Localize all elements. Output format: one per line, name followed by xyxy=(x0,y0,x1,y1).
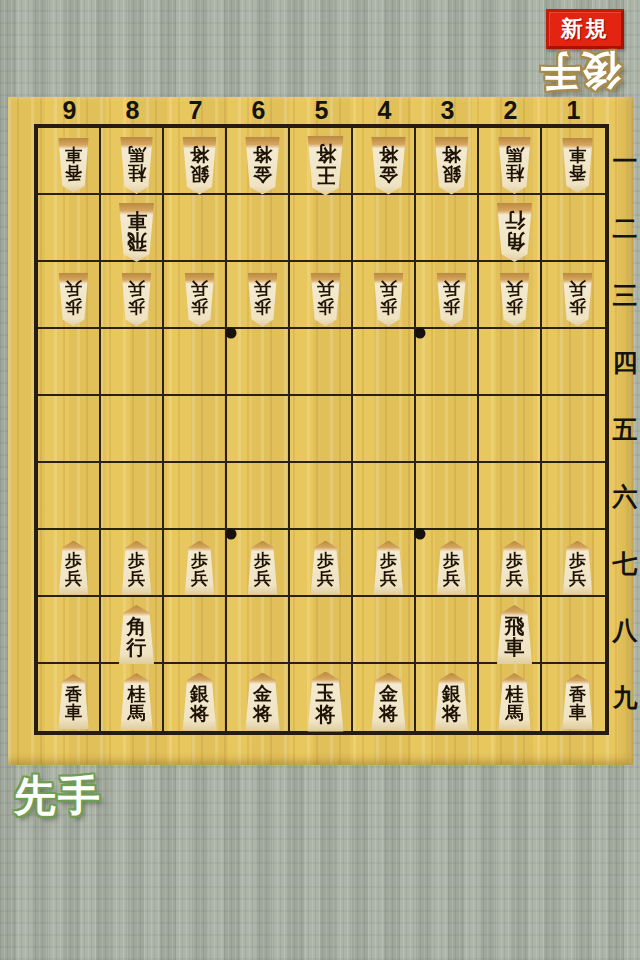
tatami-background: { "game": "shogi", "app": { "new_game_bu… xyxy=(0,0,640,960)
piece-kanji: 桂馬 xyxy=(128,145,146,182)
piece-kanji: 飛車 xyxy=(127,210,147,252)
file-label: 9 xyxy=(38,97,101,124)
piece-kanji: 歩兵 xyxy=(65,552,82,587)
piece-kanji: 歩兵 xyxy=(380,552,397,587)
piece-kanji: 歩兵 xyxy=(443,280,460,315)
board-cell[interactable] xyxy=(164,329,227,396)
piece-kanji: 銀将 xyxy=(442,684,461,724)
piece-kanji: 歩兵 xyxy=(191,280,208,315)
rank-label: 四 xyxy=(609,329,640,396)
sente-indicator: 先手 xyxy=(14,770,102,822)
star-point xyxy=(415,529,426,540)
piece-kanji: 金将 xyxy=(379,684,398,724)
piece-kanji: 金将 xyxy=(253,684,272,724)
board-cell[interactable] xyxy=(101,396,164,463)
piece-kanji: 香車 xyxy=(65,686,82,721)
rank-label: 五 xyxy=(609,396,640,463)
piece-kanji: 歩兵 xyxy=(506,552,523,587)
board-cell[interactable] xyxy=(290,195,353,262)
file-label: 1 xyxy=(542,97,605,124)
file-label: 5 xyxy=(290,97,353,124)
piece-kanji: 歩兵 xyxy=(191,552,208,587)
board-cell[interactable] xyxy=(353,396,416,463)
rank-label: 九 xyxy=(609,664,640,731)
file-label: 8 xyxy=(101,97,164,124)
board-cell[interactable] xyxy=(542,396,605,463)
board-cell[interactable] xyxy=(164,597,227,664)
board-cell[interactable] xyxy=(38,329,101,396)
star-point xyxy=(226,529,237,540)
board-cell[interactable] xyxy=(101,463,164,530)
star-point xyxy=(226,328,237,339)
rank-label: 七 xyxy=(609,530,640,597)
piece-kanji: 金将 xyxy=(379,144,398,184)
board-wood: 987654321 一二三四五六七八九 香車桂馬銀将金将王将金将銀将桂馬香車飛車… xyxy=(8,97,633,765)
board-cell[interactable] xyxy=(416,597,479,664)
board-cell[interactable] xyxy=(353,329,416,396)
piece-kanji: 歩兵 xyxy=(128,552,145,587)
piece-kanji: 桂馬 xyxy=(506,145,524,182)
piece-kanji: 香車 xyxy=(65,146,82,181)
board-cell[interactable] xyxy=(479,396,542,463)
board-cell[interactable] xyxy=(353,195,416,262)
file-label: 6 xyxy=(227,97,290,124)
board-cell[interactable] xyxy=(416,329,479,396)
board-cell[interactable] xyxy=(164,396,227,463)
piece-kanji: 桂馬 xyxy=(506,685,524,722)
board-cell[interactable] xyxy=(542,463,605,530)
piece-kanji: 金将 xyxy=(253,144,272,184)
file-labels: 987654321 xyxy=(38,97,605,124)
board-cell[interactable] xyxy=(101,329,164,396)
rank-label: 二 xyxy=(609,195,640,262)
board-cell[interactable] xyxy=(542,195,605,262)
piece-kanji: 飛車 xyxy=(505,616,525,658)
board-cell[interactable] xyxy=(479,329,542,396)
piece-kanji: 歩兵 xyxy=(569,280,586,315)
file-label: 2 xyxy=(479,97,542,124)
board-cell[interactable] xyxy=(164,463,227,530)
board-cell[interactable] xyxy=(290,329,353,396)
piece-kanji: 歩兵 xyxy=(317,280,334,315)
board-cell[interactable] xyxy=(227,463,290,530)
gote-indicator: 後手 xyxy=(526,42,634,100)
piece-kanji: 歩兵 xyxy=(254,552,271,587)
piece-kanji: 王将 xyxy=(316,143,336,185)
board-cell[interactable] xyxy=(38,597,101,664)
board-cell[interactable] xyxy=(164,195,227,262)
rank-label: 三 xyxy=(609,262,640,329)
board-cell[interactable] xyxy=(38,195,101,262)
piece-kanji: 銀将 xyxy=(190,144,209,184)
piece-kanji: 歩兵 xyxy=(380,280,397,315)
piece-kanji: 歩兵 xyxy=(254,280,271,315)
file-label: 3 xyxy=(416,97,479,124)
piece-kanji: 歩兵 xyxy=(569,552,586,587)
board-cell[interactable] xyxy=(416,463,479,530)
piece-kanji: 歩兵 xyxy=(65,280,82,315)
rank-label: 六 xyxy=(609,463,640,530)
board-cell[interactable] xyxy=(290,597,353,664)
file-label: 4 xyxy=(353,97,416,124)
board-cell[interactable] xyxy=(542,597,605,664)
rank-label: 八 xyxy=(609,597,640,664)
rank-label: 一 xyxy=(609,128,640,195)
piece-kanji: 玉将 xyxy=(316,683,336,725)
board-cell[interactable] xyxy=(353,463,416,530)
board-cell[interactable] xyxy=(353,597,416,664)
board-cell[interactable] xyxy=(227,597,290,664)
board-cell[interactable] xyxy=(38,396,101,463)
board-cell[interactable] xyxy=(227,396,290,463)
board-cell[interactable] xyxy=(290,396,353,463)
piece-kanji: 銀将 xyxy=(190,684,209,724)
file-label: 7 xyxy=(164,97,227,124)
board-cell[interactable] xyxy=(542,329,605,396)
board-cell[interactable] xyxy=(416,396,479,463)
board-cell[interactable] xyxy=(227,195,290,262)
star-point xyxy=(415,328,426,339)
board-cell[interactable] xyxy=(416,195,479,262)
piece-kanji: 歩兵 xyxy=(443,552,460,587)
piece-kanji: 銀将 xyxy=(442,144,461,184)
rank-labels: 一二三四五六七八九 xyxy=(609,128,640,731)
piece-kanji: 桂馬 xyxy=(128,685,146,722)
board-cell[interactable] xyxy=(38,463,101,530)
board-cell[interactable] xyxy=(290,463,353,530)
board-cell[interactable] xyxy=(479,463,542,530)
piece-kanji: 香車 xyxy=(569,686,586,721)
piece-kanji: 香車 xyxy=(569,146,586,181)
piece-kanji: 角行 xyxy=(505,210,525,252)
piece-kanji: 歩兵 xyxy=(317,552,334,587)
piece-kanji: 歩兵 xyxy=(506,280,523,315)
piece-kanji: 歩兵 xyxy=(128,280,145,315)
board-cell[interactable] xyxy=(227,329,290,396)
piece-kanji: 角行 xyxy=(127,616,147,658)
board-grid: 香車桂馬銀将金将王将金将銀将桂馬香車飛車角行歩兵歩兵歩兵歩兵歩兵歩兵歩兵歩兵歩兵… xyxy=(34,124,609,735)
